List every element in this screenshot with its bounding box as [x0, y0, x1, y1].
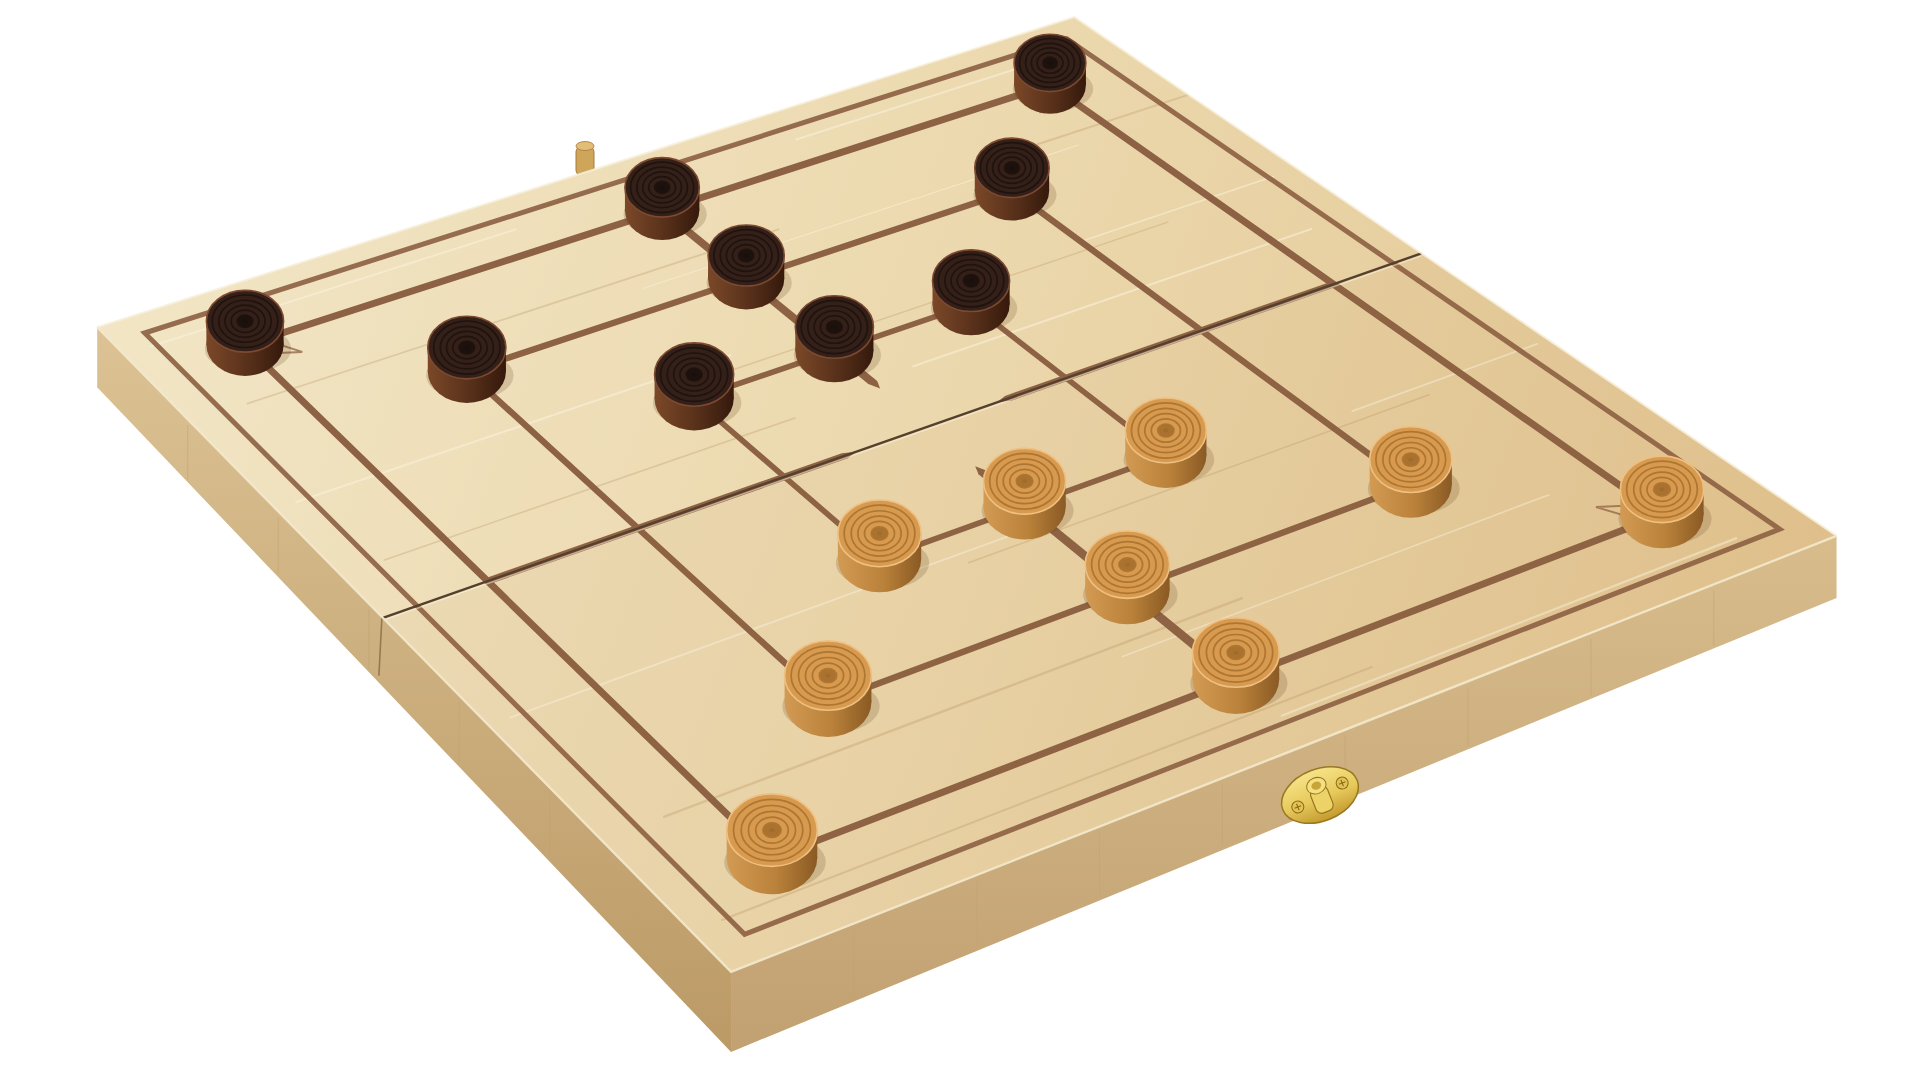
morris-board-photo — [0, 0, 1920, 1080]
product-photo: ●●●●●●●●●○○○○○○○○○ — [0, 0, 1920, 1080]
